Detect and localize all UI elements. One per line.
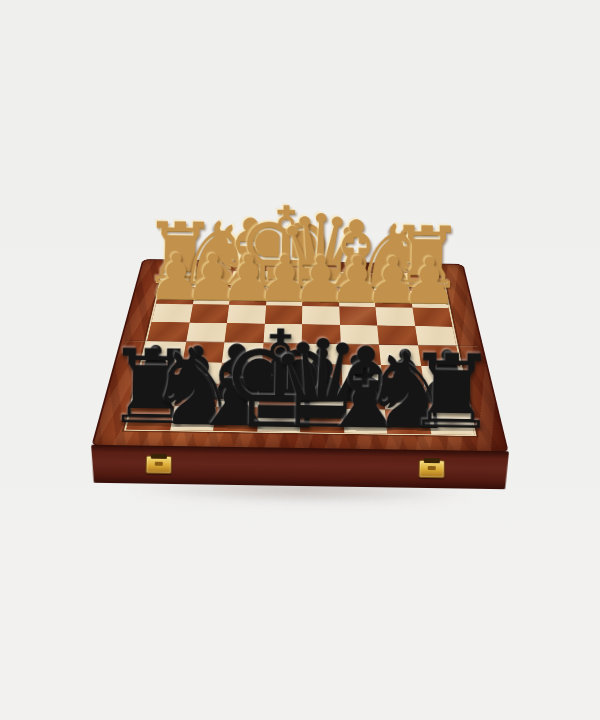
chess-set: ♜♞♝♚♛♝♞♜♟♟♟♟♟♟♟♟♟♟♟♟♟♟♟♟♜♞♝♚♛♝♞♜ xyxy=(0,0,600,720)
chess-board[interactable]: ♜♞♝♚♛♝♞♜♟♟♟♟♟♟♟♟♟♟♟♟♟♟♟♟♜♞♝♚♛♝♞♜ xyxy=(91,259,509,453)
square-a8[interactable]: ♜ xyxy=(427,410,474,435)
square-a3[interactable] xyxy=(412,308,452,327)
square-h3[interactable] xyxy=(152,304,193,323)
product-photo-stage: ♜♞♝♚♛♝♞♜♟♟♟♟♟♟♟♟♟♟♟♟♟♟♟♟♜♞♝♚♛♝♞♜ xyxy=(0,0,600,720)
box-front-panel xyxy=(90,445,509,490)
square-a2[interactable]: ♟ xyxy=(409,290,448,308)
board-grid: ♜♞♝♚♛♝♞♜♟♟♟♟♟♟♟♟♟♟♟♟♟♟♟♟♜♞♝♚♛♝♞♜ xyxy=(126,270,474,435)
brass-latch-left-icon xyxy=(146,456,172,474)
brass-latch-right-icon xyxy=(419,460,445,478)
